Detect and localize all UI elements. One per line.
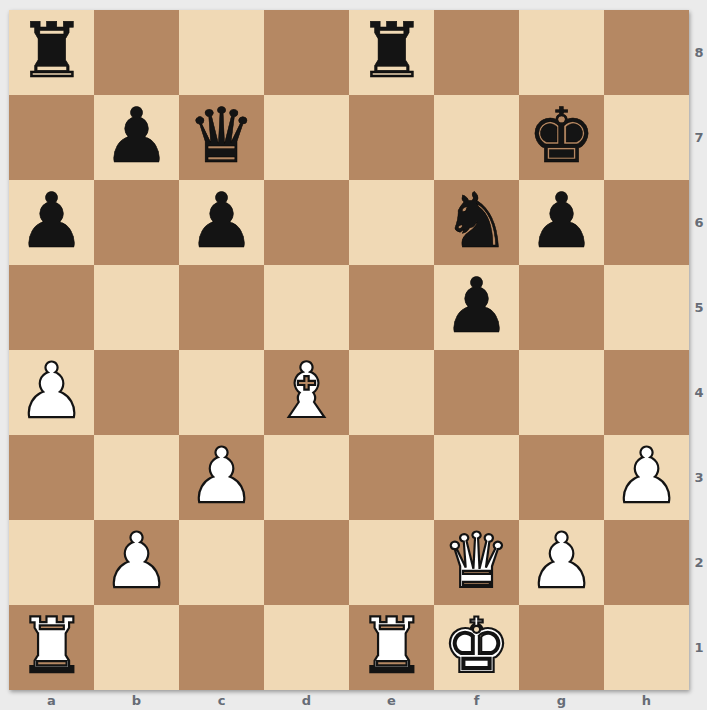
square-e6[interactable] [349, 180, 434, 265]
piece-white-bishop[interactable]: ♝ [272, 348, 340, 433]
file-label-b: b [94, 690, 179, 710]
square-f4[interactable] [434, 350, 519, 435]
square-g1[interactable] [519, 605, 604, 690]
square-a4[interactable]: ♟ [9, 350, 94, 435]
square-b7[interactable]: ♟ [94, 95, 179, 180]
square-e1[interactable]: ♜ [349, 605, 434, 690]
piece-black-queen[interactable]: ♛ [187, 93, 255, 178]
square-a6[interactable]: ♟ [9, 180, 94, 265]
square-a3[interactable] [9, 435, 94, 520]
rank-label-8: 8 [691, 10, 707, 95]
piece-white-pawn[interactable]: ♟ [17, 348, 85, 433]
piece-white-rook[interactable]: ♜ [17, 603, 85, 688]
square-a8[interactable]: ♜ [9, 10, 94, 95]
square-h1[interactable] [604, 605, 689, 690]
rank-label-6: 6 [691, 180, 707, 265]
file-label-c: c [179, 690, 264, 710]
square-a1[interactable]: ♜ [9, 605, 94, 690]
piece-white-pawn[interactable]: ♟ [102, 518, 170, 603]
square-f3[interactable] [434, 435, 519, 520]
square-e4[interactable] [349, 350, 434, 435]
square-b1[interactable] [94, 605, 179, 690]
rank-label-4: 4 [691, 350, 707, 435]
piece-black-rook[interactable]: ♜ [357, 8, 425, 93]
chess-board: ♜♜♟♛♚♟♟♞♟♟♟♝♟♟♟♛♟♜♜♚ [9, 10, 689, 690]
piece-white-pawn[interactable]: ♟ [527, 518, 595, 603]
file-label-e: e [349, 690, 434, 710]
square-f7[interactable] [434, 95, 519, 180]
piece-black-knight[interactable]: ♞ [442, 178, 510, 263]
rank-label-3: 3 [691, 435, 707, 520]
piece-black-pawn[interactable]: ♟ [17, 178, 85, 263]
piece-black-pawn[interactable]: ♟ [187, 178, 255, 263]
square-c4[interactable] [179, 350, 264, 435]
square-d4[interactable]: ♝ [264, 350, 349, 435]
square-h2[interactable] [604, 520, 689, 605]
square-b6[interactable] [94, 180, 179, 265]
piece-black-rook[interactable]: ♜ [17, 8, 85, 93]
square-c1[interactable] [179, 605, 264, 690]
square-a7[interactable] [9, 95, 94, 180]
square-b2[interactable]: ♟ [94, 520, 179, 605]
square-g3[interactable] [519, 435, 604, 520]
square-g4[interactable] [519, 350, 604, 435]
square-h6[interactable] [604, 180, 689, 265]
square-b8[interactable] [94, 10, 179, 95]
square-h8[interactable] [604, 10, 689, 95]
square-c8[interactable] [179, 10, 264, 95]
piece-black-pawn[interactable]: ♟ [442, 263, 510, 348]
square-d1[interactable] [264, 605, 349, 690]
square-h7[interactable] [604, 95, 689, 180]
square-f1[interactable]: ♚ [434, 605, 519, 690]
square-g2[interactable]: ♟ [519, 520, 604, 605]
file-label-f: f [434, 690, 519, 710]
piece-white-queen[interactable]: ♛ [442, 518, 510, 603]
square-e7[interactable] [349, 95, 434, 180]
rank-label-7: 7 [691, 95, 707, 180]
square-b5[interactable] [94, 265, 179, 350]
square-e3[interactable] [349, 435, 434, 520]
square-g7[interactable]: ♚ [519, 95, 604, 180]
square-g6[interactable]: ♟ [519, 180, 604, 265]
square-a2[interactable] [9, 520, 94, 605]
file-label-a: a [9, 690, 94, 710]
rank-label-5: 5 [691, 265, 707, 350]
file-label-g: g [519, 690, 604, 710]
piece-white-king[interactable]: ♚ [442, 603, 510, 688]
piece-black-king[interactable]: ♚ [527, 93, 595, 178]
square-e8[interactable]: ♜ [349, 10, 434, 95]
square-f2[interactable]: ♛ [434, 520, 519, 605]
file-label-h: h [604, 690, 689, 710]
piece-black-pawn[interactable]: ♟ [527, 178, 595, 263]
square-b4[interactable] [94, 350, 179, 435]
square-a5[interactable] [9, 265, 94, 350]
square-h4[interactable] [604, 350, 689, 435]
square-d3[interactable] [264, 435, 349, 520]
square-g5[interactable] [519, 265, 604, 350]
square-d7[interactable] [264, 95, 349, 180]
rank-label-2: 2 [691, 520, 707, 605]
square-b3[interactable] [94, 435, 179, 520]
square-c5[interactable] [179, 265, 264, 350]
square-e5[interactable] [349, 265, 434, 350]
file-coordinates: abcdefgh [9, 690, 689, 710]
rank-label-1: 1 [691, 605, 707, 690]
square-h5[interactable] [604, 265, 689, 350]
square-d6[interactable] [264, 180, 349, 265]
square-c3[interactable]: ♟ [179, 435, 264, 520]
piece-white-rook[interactable]: ♜ [357, 603, 425, 688]
square-d8[interactable] [264, 10, 349, 95]
square-d5[interactable] [264, 265, 349, 350]
piece-white-pawn[interactable]: ♟ [187, 433, 255, 518]
square-c6[interactable]: ♟ [179, 180, 264, 265]
file-label-d: d [264, 690, 349, 710]
square-f5[interactable]: ♟ [434, 265, 519, 350]
square-d2[interactable] [264, 520, 349, 605]
square-f8[interactable] [434, 10, 519, 95]
square-h3[interactable]: ♟ [604, 435, 689, 520]
piece-black-pawn[interactable]: ♟ [102, 93, 170, 178]
square-g8[interactable] [519, 10, 604, 95]
square-c7[interactable]: ♛ [179, 95, 264, 180]
square-c2[interactable] [179, 520, 264, 605]
rank-coordinates: 87654321 [691, 10, 707, 690]
page: { "game": "chess", "position": { "fen": … [0, 0, 707, 710]
piece-white-pawn[interactable]: ♟ [612, 433, 680, 518]
square-e2[interactable] [349, 520, 434, 605]
square-f6[interactable]: ♞ [434, 180, 519, 265]
